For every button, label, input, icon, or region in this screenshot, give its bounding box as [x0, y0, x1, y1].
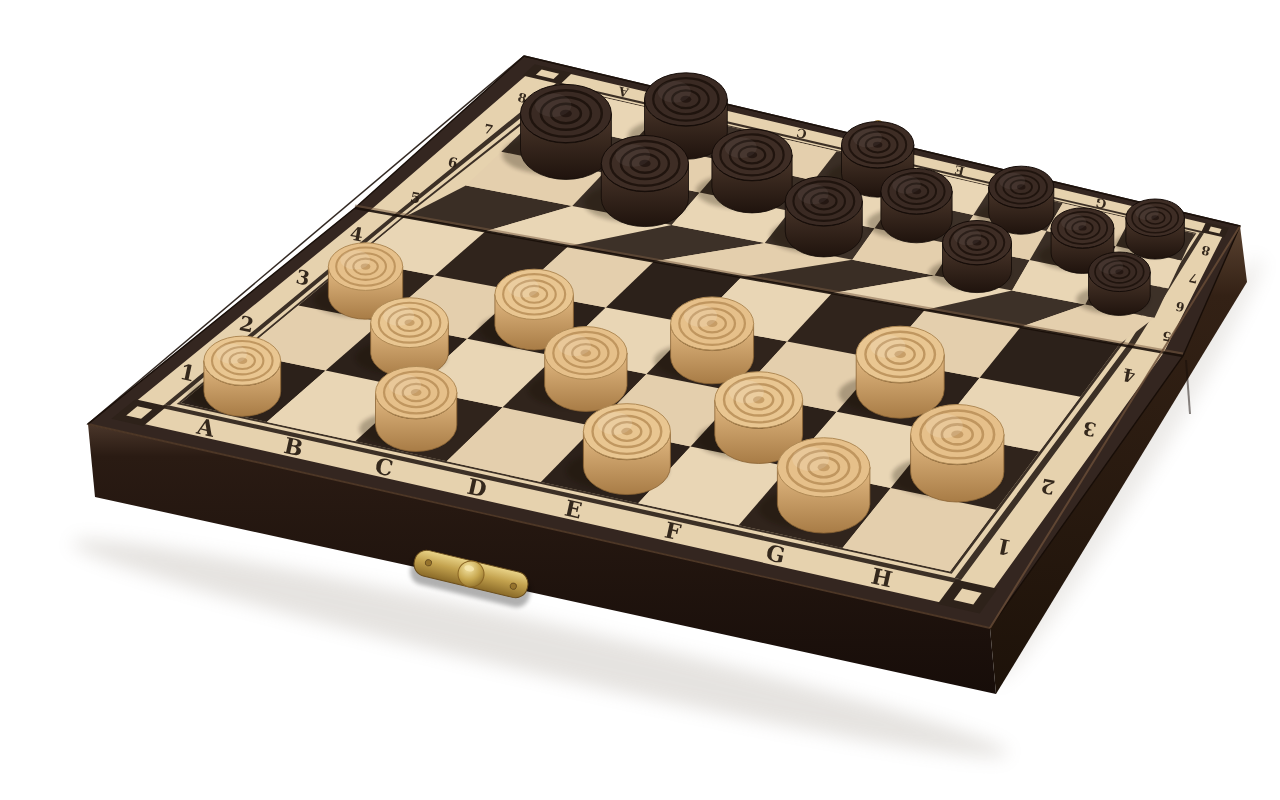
piece-sheen: [729, 380, 764, 403]
piece-sheen: [507, 277, 538, 297]
piece-sheen: [892, 175, 920, 194]
piece-sheen: [798, 184, 829, 204]
piece-sheen: [684, 305, 717, 327]
piece-sheen: [216, 344, 247, 364]
piece-sheen: [340, 250, 370, 269]
piece-sheen: [999, 173, 1025, 190]
piece-sheen: [725, 137, 757, 158]
piece-sheen: [792, 447, 829, 471]
piece-sheen: [389, 375, 422, 396]
piece-sheen: [926, 414, 963, 438]
piece-sheen: [558, 335, 591, 356]
piece-sheen: [1098, 258, 1123, 274]
piece-sheen: [383, 305, 414, 325]
piece-sheen: [615, 144, 650, 167]
piece-sheen: [535, 93, 571, 117]
piece-sheen: [853, 129, 882, 148]
piece-sheen: [658, 81, 691, 103]
piece-sheen: [954, 227, 982, 245]
piece-sheen: [870, 335, 905, 358]
piece-sheen: [1135, 205, 1158, 220]
piece-sheen: [1061, 214, 1086, 230]
checkers-board-photo: AABBCCDDEEFFGGHH1122334455667788: [0, 0, 1280, 800]
piece-sheen: [597, 412, 632, 435]
board-photo-canvas: AABBCCDDEEFFGGHH1122334455667788: [0, 0, 1280, 800]
